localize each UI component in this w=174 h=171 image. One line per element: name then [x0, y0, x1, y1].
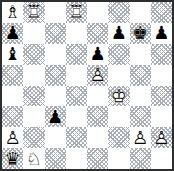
- square-b2: [23, 127, 44, 148]
- square-c4: [45, 86, 66, 107]
- piece-glyph: ♟: [151, 23, 172, 43]
- square-b3: [23, 106, 44, 127]
- black-pawn-h7: ♟: [151, 23, 172, 43]
- square-g5: [130, 65, 151, 86]
- piece-glyph: ♟: [108, 23, 129, 43]
- square-c8: [45, 2, 66, 23]
- square-e4: [87, 86, 108, 107]
- white-pawn-g2: ♟♙: [130, 128, 151, 148]
- square-d1: [66, 148, 87, 169]
- square-c5: [45, 65, 66, 86]
- square-c1: [45, 148, 66, 169]
- black-pawn-a7: ♟: [2, 23, 23, 43]
- square-a3: [2, 106, 23, 127]
- chess-board-frame: ♝♗♜♖♜♖♟♟♚♟♝♟♟♙♚♔♟♟♙♟♙♟♙♛♞♘: [0, 0, 174, 171]
- square-a8: ♝♗: [2, 2, 23, 23]
- piece-glyph: ♗: [2, 2, 23, 22]
- square-b6: [23, 44, 44, 65]
- square-g8: [130, 2, 151, 23]
- square-h6: [151, 44, 172, 65]
- square-e3: [87, 106, 108, 127]
- square-f3: [108, 106, 129, 127]
- black-queen-a1: ♛: [2, 149, 23, 169]
- black-pawn-c3: ♟: [45, 107, 66, 127]
- square-b5: [23, 65, 44, 86]
- square-a1: ♛: [2, 148, 23, 169]
- square-e5: ♟♙: [87, 65, 108, 86]
- square-f4: ♚♔: [108, 86, 129, 107]
- square-f1: [108, 148, 129, 169]
- square-c6: [45, 44, 66, 65]
- square-g1: [130, 148, 151, 169]
- square-h3: [151, 106, 172, 127]
- square-e1: [87, 148, 108, 169]
- square-h7: ♟: [151, 23, 172, 44]
- black-pawn-f7: ♟: [108, 23, 129, 43]
- white-king-f4: ♚♔: [108, 86, 129, 106]
- square-b7: [23, 23, 44, 44]
- square-e2: [87, 127, 108, 148]
- piece-glyph: ♙: [130, 128, 151, 148]
- piece-glyph: ♙: [151, 128, 172, 148]
- white-pawn-a2: ♟♙: [2, 128, 23, 148]
- piece-glyph: ♘: [23, 149, 44, 169]
- piece-glyph: ♟: [87, 44, 108, 64]
- square-e8: [87, 2, 108, 23]
- chess-board: ♝♗♜♖♜♖♟♟♚♟♝♟♟♙♚♔♟♟♙♟♙♟♙♛♞♘: [2, 2, 172, 169]
- white-rook-d8: ♜♖: [66, 2, 87, 22]
- square-d3: [66, 106, 87, 127]
- square-h5: [151, 65, 172, 86]
- square-f7: ♟: [108, 23, 129, 44]
- piece-glyph: ♚: [130, 23, 151, 43]
- square-h4: [151, 86, 172, 107]
- black-king-g7: ♚: [130, 23, 151, 43]
- piece-glyph: ♝: [2, 44, 23, 64]
- white-bishop-a8: ♝♗: [2, 2, 23, 22]
- piece-glyph: ♛: [2, 149, 23, 169]
- square-c3: ♟: [45, 106, 66, 127]
- square-d6: [66, 44, 87, 65]
- square-a5: [2, 65, 23, 86]
- piece-glyph: ♙: [87, 65, 108, 85]
- black-bishop-a6: ♝: [2, 44, 23, 64]
- square-h2: ♟♙: [151, 127, 172, 148]
- piece-glyph: ♙: [2, 128, 23, 148]
- square-a7: ♟: [2, 23, 23, 44]
- piece-glyph: ♟: [2, 23, 23, 43]
- piece-glyph: ♔: [108, 86, 129, 106]
- square-g2: ♟♙: [130, 127, 151, 148]
- piece-glyph: ♖: [23, 2, 44, 22]
- piece-glyph: ♟: [45, 107, 66, 127]
- square-g6: [130, 44, 151, 65]
- square-d4: [66, 86, 87, 107]
- piece-glyph: ♖: [66, 2, 87, 22]
- square-d2: [66, 127, 87, 148]
- square-c2: [45, 127, 66, 148]
- square-f8: [108, 2, 129, 23]
- square-h1: [151, 148, 172, 169]
- square-d5: [66, 65, 87, 86]
- square-h8: [151, 2, 172, 23]
- white-pawn-h2: ♟♙: [151, 128, 172, 148]
- square-b8: ♜♖: [23, 2, 44, 23]
- square-b1: ♞♘: [23, 148, 44, 169]
- square-d8: ♜♖: [66, 2, 87, 23]
- black-pawn-e6: ♟: [87, 44, 108, 64]
- square-a4: [2, 86, 23, 107]
- square-f6: [108, 44, 129, 65]
- square-a2: ♟♙: [2, 127, 23, 148]
- square-d7: [66, 23, 87, 44]
- white-knight-b1: ♞♘: [23, 149, 44, 169]
- square-f5: [108, 65, 129, 86]
- square-b4: [23, 86, 44, 107]
- square-g3: [130, 106, 151, 127]
- white-pawn-e5: ♟♙: [87, 65, 108, 85]
- square-g7: ♚: [130, 23, 151, 44]
- white-rook-b8: ♜♖: [23, 2, 44, 22]
- square-g4: [130, 86, 151, 107]
- square-c7: [45, 23, 66, 44]
- square-a6: ♝: [2, 44, 23, 65]
- square-e6: ♟: [87, 44, 108, 65]
- square-e7: [87, 23, 108, 44]
- square-f2: [108, 127, 129, 148]
